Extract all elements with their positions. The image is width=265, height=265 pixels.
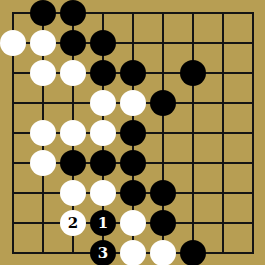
- black-stone[interactable]: [30, 0, 56, 26]
- white-stone[interactable]: [0, 30, 26, 56]
- white-stone[interactable]: [90, 90, 116, 116]
- move-number-label: 2: [68, 216, 78, 231]
- white-stone[interactable]: [30, 150, 56, 176]
- white-stone[interactable]: [120, 210, 146, 236]
- black-stone[interactable]: [180, 60, 206, 86]
- black-stone[interactable]: [120, 150, 146, 176]
- white-stone[interactable]: [90, 180, 116, 206]
- black-stone[interactable]: [60, 150, 86, 176]
- black-stone[interactable]: [90, 60, 116, 86]
- black-stone[interactable]: [150, 90, 176, 116]
- white-stone[interactable]: [120, 90, 146, 116]
- white-stone[interactable]: [60, 60, 86, 86]
- black-stone[interactable]: [60, 0, 86, 26]
- white-stone[interactable]: 2: [60, 210, 86, 236]
- black-stone[interactable]: [180, 240, 206, 265]
- white-stone[interactable]: [150, 240, 176, 265]
- white-stone[interactable]: [30, 30, 56, 56]
- move-number-label: 1: [98, 216, 108, 231]
- white-stone[interactable]: [60, 180, 86, 206]
- white-stone[interactable]: [90, 120, 116, 146]
- white-stone[interactable]: [60, 120, 86, 146]
- white-stone[interactable]: [30, 60, 56, 86]
- black-stone[interactable]: [120, 60, 146, 86]
- black-stone[interactable]: 1: [90, 210, 116, 236]
- black-stone[interactable]: [120, 180, 146, 206]
- black-stone[interactable]: [150, 180, 176, 206]
- move-number-label: 3: [98, 246, 108, 261]
- white-stone[interactable]: [30, 120, 56, 146]
- black-stone[interactable]: [90, 150, 116, 176]
- white-stone[interactable]: [120, 240, 146, 265]
- black-stone[interactable]: [120, 120, 146, 146]
- black-stone[interactable]: 3: [90, 240, 116, 265]
- black-stone[interactable]: [60, 30, 86, 56]
- go-diagram: 213: [0, 0, 265, 265]
- go-board[interactable]: 213: [0, 0, 265, 265]
- stones-layer: 213: [0, 0, 265, 265]
- black-stone[interactable]: [150, 210, 176, 236]
- black-stone[interactable]: [90, 30, 116, 56]
